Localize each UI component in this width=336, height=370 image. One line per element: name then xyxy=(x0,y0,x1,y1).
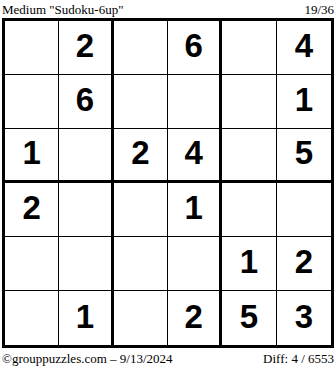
cell-r1c6: 4 xyxy=(277,21,331,75)
cell-r4c3[interactable] xyxy=(114,183,168,237)
cell-r3c2[interactable] xyxy=(59,129,113,183)
cell-r5c6: 2 xyxy=(277,237,331,291)
cell-r6c5: 5 xyxy=(222,291,276,345)
cell-r6c6: 3 xyxy=(277,291,331,345)
header: Medium "Sudoku-6up" 19/36 xyxy=(2,0,334,17)
cell-r4c2[interactable] xyxy=(59,183,113,237)
cell-r2c5[interactable] xyxy=(222,75,276,129)
cell-r2c1[interactable] xyxy=(5,75,59,129)
cell-r2c4[interactable] xyxy=(168,75,222,129)
cell-r2c6: 1 xyxy=(277,75,331,129)
page: { "game": "sudoku-6up (6x6 sudoku with 2… xyxy=(0,0,336,370)
cell-r5c5: 1 xyxy=(222,237,276,291)
cell-r5c3[interactable] xyxy=(114,237,168,291)
cell-r3c5[interactable] xyxy=(222,129,276,183)
cell-r3c1: 1 xyxy=(5,129,59,183)
cell-r3c4: 4 xyxy=(168,129,222,183)
footer: ©grouppuzzles.com – 9/13/2024 Diff: 4 / … xyxy=(2,351,334,368)
cell-r1c2: 2 xyxy=(59,21,113,75)
cell-r2c2: 6 xyxy=(59,75,113,129)
cell-r4c4: 1 xyxy=(168,183,222,237)
cell-r6c3[interactable] xyxy=(114,291,168,345)
cell-r3c6: 5 xyxy=(277,129,331,183)
copyright-text: ©grouppuzzles.com – 9/13/2024 xyxy=(2,351,173,366)
puzzle-title: Medium "Sudoku-6up" xyxy=(2,2,123,17)
cell-r2c3[interactable] xyxy=(114,75,168,129)
cell-r6c1[interactable] xyxy=(5,291,59,345)
cell-r6c2: 1 xyxy=(59,291,113,345)
cell-r6c4: 2 xyxy=(168,291,222,345)
cell-r1c4: 6 xyxy=(168,21,222,75)
cell-r1c3[interactable] xyxy=(114,21,168,75)
cell-r3c3: 2 xyxy=(114,129,168,183)
cell-r4c6[interactable] xyxy=(277,183,331,237)
cell-r1c5[interactable] xyxy=(222,21,276,75)
cell-r5c1[interactable] xyxy=(5,237,59,291)
cell-r5c4[interactable] xyxy=(168,237,222,291)
cell-r4c5[interactable] xyxy=(222,183,276,237)
cell-r5c2[interactable] xyxy=(59,237,113,291)
cell-r1c1[interactable] xyxy=(5,21,59,75)
cell-r4c1: 2 xyxy=(5,183,59,237)
sudoku-grid: 2 6 4 6 1 1 2 4 5 2 1 1 2 1 2 5 3 xyxy=(2,18,334,348)
difficulty-text: Diff: 4 / 6553 xyxy=(263,351,334,366)
puzzle-number: 19/36 xyxy=(304,2,334,17)
